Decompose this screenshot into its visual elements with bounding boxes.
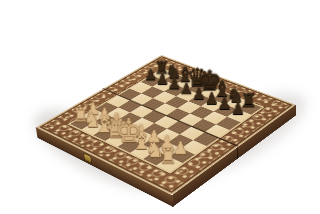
black-pawn-icon: ♟ — [153, 76, 195, 91]
chess-board: ♜♞♝♛♚♝♞♜♟♟♟♟♟♟♟♟♟♟♟♟♟♟♟♟♜♞♝♛♚♝♞♜ — [36, 55, 295, 195]
scene-3d: ♜♞♝♛♚♝♞♜♟♟♟♟♟♟♟♟♟♟♟♟♟♟♟♟♜♞♝♛♚♝♞♜ — [0, 0, 320, 214]
square-c7 — [164, 85, 187, 97]
square-b8 — [163, 74, 185, 85]
square-a7 — [141, 76, 163, 87]
black-queen-icon: ♛ — [176, 65, 218, 90]
white-rook-icon: ♜ — [144, 145, 192, 166]
black-pawn-icon: ♟ — [130, 67, 171, 82]
square-d6 — [165, 96, 188, 108]
square-b6 — [141, 87, 164, 99]
black-pawn-icon: ♟ — [142, 72, 184, 87]
black-rook-icon: ♜ — [141, 58, 182, 76]
brass-clasp-icon — [84, 153, 91, 162]
square-c8 — [175, 78, 198, 89]
square-d5 — [154, 103, 178, 115]
camera-lean: ♜♞♝♛♚♝♞♜♟♟♟♟♟♟♟♟♟♟♟♟♟♟♟♟♜♞♝♛♚♝♞♜ — [0, 0, 320, 214]
square-a8 — [152, 69, 174, 80]
black-king-icon: ♚ — [188, 67, 231, 94]
square-a6 — [130, 82, 153, 93]
box-side-seam — [237, 147, 239, 159]
square-d7 — [176, 89, 199, 101]
square-c6 — [153, 91, 176, 103]
black-pawn-icon: ♟ — [216, 101, 261, 117]
square-d8 — [187, 83, 210, 95]
black-pawn-icon: ♟ — [165, 81, 208, 96]
black-knight-icon: ♞ — [153, 61, 194, 80]
square-b7 — [152, 80, 175, 91]
square-e6 — [177, 101, 201, 113]
black-bishop-icon: ♝ — [164, 64, 206, 85]
square-b5 — [130, 93, 153, 105]
square-c5 — [142, 98, 165, 110]
product-photo-stage: ♜♞♝♛♚♝♞♜♟♟♟♟♟♟♟♟♟♟♟♟♟♟♟♟♜♞♝♛♚♝♞♜ — [0, 0, 320, 214]
square-a5 — [118, 89, 141, 101]
